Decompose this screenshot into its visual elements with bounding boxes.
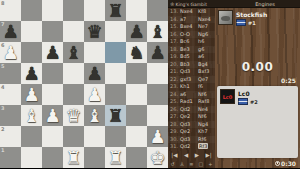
square-g1[interactable] [126,147,147,168]
move-row-19[interactable]: 19.Bd5a6 [168,53,215,61]
white-move[interactable]: a6 [179,91,197,98]
move-number: 19. [168,53,179,60]
playback-controls: |◀◀▶▶| ↺♙≡□+ [168,151,215,168]
white-queen-d3: ♛ [63,105,84,126]
square-g3[interactable] [126,105,147,126]
stockfish-badge-row: #1 [236,19,256,26]
square-f7[interactable] [105,21,126,42]
move-row-25[interactable]: 25.Rad1Raf8 [168,98,215,106]
white-rook-d1: ♜ [63,147,84,168]
move-list[interactable]: 13.Nxe4Kf814.a7Nxe415.Bxe4Ne716.O-ONg617… [168,8,215,151]
white-pawn-a6: ♟ [0,42,21,63]
black-move[interactable]: Ne7 [197,23,215,30]
black-bishop-d6: ♝ [63,42,84,63]
move-row-26[interactable]: 26.Qd2Ne4 [168,106,215,114]
move-number: 16. [168,31,179,38]
square-f3[interactable]: ♜ [105,105,126,126]
black-move[interactable]: Raf8 [197,98,215,105]
stockfish-name: Stockfish [236,11,267,18]
stockfish-clock: 0:25 [281,77,296,84]
square-d1[interactable]: ♜ [63,147,84,168]
square-b4[interactable]: ♟ [21,84,42,105]
rank-label-4: 4 [1,84,4,90]
white-move[interactable]: Kh1 [179,83,197,90]
engines-panel: Stockfish #1 0.00 0:25 Lc0 Lc0 #2 -0.01 [215,8,300,168]
white-pawn-c3: ♟ [42,105,63,126]
black-rook-f8: ♜ [105,0,126,21]
white-pawn-e4: ♟ [84,84,105,105]
square-e7[interactable]: ♛ [84,21,105,42]
black-move[interactable]: Nf6 [197,91,215,98]
go-start-button[interactable]: |◀ [171,151,177,159]
square-b3[interactable]: ♝ [21,105,42,126]
move-number: 26. [168,106,179,113]
square-f6[interactable] [105,42,126,63]
move-number: 28. [168,121,179,128]
rank-label-2: 2 [1,126,4,132]
white-move[interactable]: Nxe4 [179,8,197,15]
white-move[interactable]: Qd3 [179,68,197,75]
stockfish-eval: 0.00 [215,60,300,74]
black-move[interactable]: g6 [197,46,215,53]
square-h1[interactable]: ♚ [147,147,168,168]
square-d8[interactable] [63,0,84,21]
move-number: 22. [168,76,179,83]
lc0-logo-text: Lc0 [223,94,233,100]
move-number: 27. [168,113,179,120]
white-move[interactable]: Qe2 [179,128,197,135]
white-move[interactable]: Rad1 [179,98,197,105]
flip-board-icon[interactable]: ↺ [171,160,175,168]
white-move[interactable]: Qd2 [179,143,197,150]
move-number: 30. [168,136,179,143]
lc0-name: Lc0 [238,90,250,97]
square-g8[interactable] [126,0,147,21]
black-move[interactable]: Qe7 [197,76,215,83]
white-king-h1: ♚ [147,147,168,168]
move-row-17[interactable]: 17.Bc6h6 [168,38,215,46]
square-g4[interactable] [126,84,147,105]
add-icon[interactable]: + [208,160,212,168]
lc0-avatar: Lc0 [220,89,235,104]
move-number: 20. [168,61,179,68]
white-rook-f1: ♜ [105,147,126,168]
move-number: 13. [168,8,179,15]
black-move[interactable]: Ne4 [197,106,215,113]
panel-top-bar: ♔King's Gambit Engines [168,0,300,8]
white-move[interactable]: Be3 [179,46,197,53]
square-g2[interactable] [126,126,147,147]
white-bishop-e3: ♝ [84,105,105,126]
rank-label-1: 1 [1,147,4,153]
square-e2[interactable] [84,126,105,147]
move-row-18[interactable]: 18.Be3g6 [168,46,215,54]
black-bishop-h7: ♝ [147,21,168,42]
move-number: 15. [168,23,179,30]
square-h4[interactable] [147,84,168,105]
black-move[interactable]: Nf6 [197,113,215,120]
square-b6[interactable] [21,42,42,63]
move-row-27[interactable]: 27.Qe2Nf6 [168,113,215,121]
black-pawn-e5: ♟ [84,63,105,84]
crown-icon: ♔ [170,1,174,7]
square-e6[interactable] [84,42,105,63]
right-panel: ♔King's Gambit Engines 13.Nxe4Kf814.a7Nx… [168,0,300,168]
move-number: 23. [168,83,179,90]
move-row-24[interactable]: 24.a6Nf6 [168,91,215,99]
black-pawn-h6: ♟ [147,42,168,63]
lc0-flag-icon [238,98,248,105]
move-number: 17. [168,38,179,45]
black-move[interactable]: Bxf3 [197,68,215,75]
square-f4[interactable] [105,84,126,105]
lc0-badge-row: #2 [238,98,258,105]
black-move[interactable]: f6 [197,83,215,90]
square-b7[interactable] [21,21,42,42]
go-end-button[interactable]: ▶| [206,151,212,159]
square-b8[interactable] [21,0,42,21]
black-move[interactable]: h6 [197,38,215,45]
white-move[interactable]: Bd5 [179,53,197,60]
square-d4[interactable] [63,84,84,105]
white-move[interactable]: Qd3 [179,121,197,128]
stockfish-clock-value: 0:25 [281,77,296,84]
square-c6[interactable]: ♟ [42,42,63,63]
step-back-button[interactable]: ◀ [184,151,188,159]
step-forward-button[interactable]: ▶ [195,151,199,159]
square-g5[interactable] [126,63,147,84]
square-g6[interactable]: ♞ [126,42,147,63]
square-c5[interactable] [42,63,63,84]
move-number: 21. [168,68,179,75]
rank-label-3: 3 [1,105,4,111]
lc0-rank-badge: #2 [250,99,258,105]
black-queen-e7: ♛ [84,21,105,42]
square-c8[interactable] [42,0,63,21]
tab-engines[interactable]: Engines [230,1,300,7]
black-move[interactable]: Kf8 [197,8,215,15]
nav-button-row: |◀◀▶▶| [168,151,215,160]
square-a3[interactable]: 3 [0,105,21,126]
square-d5[interactable] [63,63,84,84]
square-b1[interactable] [21,147,42,168]
black-rook-f3: ♜ [105,105,126,126]
stockfish-rank-badge: #1 [248,20,256,26]
square-f2[interactable] [105,126,126,147]
square-a2[interactable]: 2 [0,126,21,147]
black-move[interactable]: Rf3 [197,143,215,150]
square-h5[interactable] [147,63,168,84]
square-e4[interactable]: ♟ [84,84,105,105]
move-row-14[interactable]: 14.a7Nxe4 [168,16,215,24]
menu-icon[interactable]: ≡ [189,160,193,168]
square-h8[interactable] [147,0,168,21]
move-row-21[interactable]: 21.Qd3Bxf3 [168,68,215,76]
white-move[interactable]: Qd3 [179,136,197,143]
move-row-13[interactable]: 13.Nxe4Kf8 [168,8,215,16]
white-move[interactable]: Qd2 [179,106,197,113]
lc0-engine-card[interactable]: Lc0 Lc0 #2 -0.01 [217,86,298,158]
current-move-chip: Rf3 [198,143,208,149]
black-move[interactable]: Rf6 [197,136,215,143]
tab-game-title[interactable]: ♔King's Gambit [168,1,230,7]
move-row-20[interactable]: 20.Bb3Bg4 [168,61,215,69]
square-e3[interactable]: ♝ [84,105,105,126]
game-title-label: King's Gambit [175,2,206,7]
tool-button-row: ↺♙≡□+ [168,160,215,169]
white-move[interactable]: Bxe4 [179,23,197,30]
move-row-15[interactable]: 15.Bxe4Ne7 [168,23,215,31]
square-c1[interactable] [42,147,63,168]
move-number: 18. [168,46,179,53]
black-knight-g6: ♞ [126,42,147,63]
square-c4[interactable] [42,84,63,105]
black-move[interactable]: a6 [197,53,215,60]
square-g7[interactable]: ♟ [126,21,147,42]
move-row-16[interactable]: 16.O-ONg6 [168,31,215,39]
white-bishop-b3: ♝ [21,105,42,126]
stockfish-avatar [218,10,233,25]
square-d7[interactable] [63,21,84,42]
square-f1[interactable]: ♜ [105,147,126,168]
move-row-28[interactable]: 28.Qd3Ng4 [168,121,215,129]
black-pawn-g7: ♟ [126,21,147,42]
chess-board[interactable]: 8♜7♟♛♟♝6♟♟♝♞♟5♟♟4♟♟3♝♟♛♝♜2♟1♜♜♚ [0,0,168,168]
black-pawn-c6: ♟ [42,42,63,63]
move-row-30[interactable]: 30.Qd3Rf6 [168,136,215,144]
square-f8[interactable]: ♜ [105,0,126,21]
square-a6[interactable]: 6♟ [0,42,21,63]
clock-icon [275,161,280,166]
white-move[interactable]: a7 [179,16,197,23]
square-e5[interactable]: ♟ [84,63,105,84]
white-move[interactable]: Qe2 [179,113,197,120]
square-d6[interactable]: ♝ [63,42,84,63]
square-b5[interactable]: ♟ [21,63,42,84]
black-pawn-a7: ♟ [0,21,21,42]
white-move[interactable]: O-O [179,31,197,38]
white-move[interactable]: Bc6 [179,38,197,45]
square-a8[interactable]: 8 [0,0,21,21]
chess-gui-window: 8♜7♟♛♟♝6♟♟♝♞♟5♟♟4♟♟3♝♟♛♝♜2♟1♜♜♚ ♔King's … [0,0,300,168]
move-number: 24. [168,91,179,98]
square-a5[interactable]: 5 [0,63,21,84]
square-c2[interactable] [42,126,63,147]
layout-icon[interactable]: □ [199,160,204,168]
square-e8[interactable] [84,0,105,21]
square-h7[interactable]: ♝ [147,21,168,42]
white-move[interactable]: Bb3 [179,61,197,68]
square-h3[interactable] [147,105,168,126]
lc0-clock-value: 0:30 [281,160,296,167]
move-number: 25. [168,98,179,105]
white-pawn-b4: ♟ [21,84,42,105]
white-pawn-h2: ♟ [147,126,168,147]
black-move[interactable]: Kh7 [197,128,215,135]
stockfish-flag-icon [236,19,246,26]
square-a7[interactable]: 7♟ [0,21,21,42]
square-d2[interactable] [63,126,84,147]
black-pawn-b5: ♟ [21,63,42,84]
square-e1[interactable] [84,147,105,168]
square-c3[interactable]: ♟ [42,105,63,126]
move-row-29[interactable]: 29.Qe2Kh7 [168,128,215,136]
square-a4[interactable]: 4 [0,84,21,105]
move-number: 31. [168,143,179,150]
square-d3[interactable]: ♛ [63,105,84,126]
pieces-icon[interactable]: ♙ [180,160,184,168]
white-move[interactable]: gxf3 [179,76,197,83]
square-f5[interactable] [105,63,126,84]
square-c7[interactable] [42,21,63,42]
black-move[interactable]: Ng6 [197,31,215,38]
black-move[interactable]: Bg4 [197,61,215,68]
move-row-23[interactable]: 23.Kh1f6 [168,83,215,91]
move-row-22[interactable]: 22.gxf3Qe7 [168,76,215,84]
square-h2[interactable]: ♟ [147,126,168,147]
square-a1[interactable]: 1 [0,147,21,168]
square-h6[interactable]: ♟ [147,42,168,63]
move-row-31[interactable]: 31.Qd2Rf3 [168,143,215,151]
rank-label-8: 8 [1,0,4,6]
rank-label-5: 5 [1,63,4,69]
lc0-clock: 0:30 [275,160,296,167]
black-move[interactable]: Ng4 [197,121,215,128]
black-move[interactable]: Nxe4 [197,16,215,23]
move-number: 14. [168,16,179,23]
square-b2[interactable] [21,126,42,147]
move-number: 29. [168,128,179,135]
